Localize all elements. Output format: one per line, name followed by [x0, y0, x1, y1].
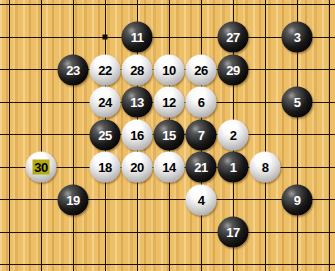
- board-cell[interactable]: [0, 216, 25, 249]
- board-cell[interactable]: [0, 248, 25, 271]
- board-cell[interactable]: [281, 0, 313, 21]
- black-stone: 7: [186, 119, 217, 150]
- board-cell[interactable]: [249, 118, 281, 151]
- board-cell[interactable]: [25, 53, 57, 86]
- board-cell[interactable]: [281, 118, 313, 151]
- black-stone: 5: [282, 87, 313, 118]
- white-stone: 6: [186, 87, 217, 118]
- board-cell[interactable]: [313, 248, 335, 271]
- white-stone: 24: [90, 87, 121, 118]
- board-cell[interactable]: 23: [57, 53, 89, 86]
- board-cell[interactable]: 10: [153, 53, 185, 86]
- stone-number-label: 11: [131, 31, 144, 44]
- stone-number-label: 23: [66, 63, 79, 76]
- board-cell[interactable]: [153, 248, 185, 271]
- white-stone: 26: [186, 54, 217, 85]
- stone-number-label: 15: [162, 128, 175, 141]
- hoshi-star-point-icon: [103, 35, 108, 40]
- black-stone: 11: [122, 22, 153, 53]
- stone-number-label: 17: [226, 226, 239, 239]
- stone-number-label: 12: [162, 96, 175, 109]
- board-cell[interactable]: [89, 21, 121, 54]
- board-cell[interactable]: [57, 216, 89, 249]
- board-cell[interactable]: [153, 216, 185, 249]
- board-cell[interactable]: [121, 248, 153, 271]
- board-cell[interactable]: [121, 0, 153, 21]
- board-cell[interactable]: [185, 21, 217, 54]
- white-stone: 2: [218, 119, 249, 150]
- stone-number-label: 9: [294, 193, 301, 206]
- board-cell[interactable]: 26: [185, 53, 217, 86]
- board-cell[interactable]: [153, 183, 185, 216]
- board-cell[interactable]: 21: [185, 151, 217, 184]
- white-stone: 16: [122, 119, 153, 150]
- board-cell[interactable]: [313, 151, 335, 184]
- board-cell[interactable]: 18: [89, 151, 121, 184]
- board-cell[interactable]: 7: [185, 118, 217, 151]
- board-cell[interactable]: 28: [121, 53, 153, 86]
- board-cell[interactable]: [281, 216, 313, 249]
- board-cell[interactable]: [0, 151, 25, 184]
- stone-number-label: 8: [262, 161, 269, 174]
- black-stone: 29: [218, 54, 249, 85]
- board-cell[interactable]: [217, 248, 249, 271]
- board-cell[interactable]: [185, 248, 217, 271]
- board-cell[interactable]: 4: [185, 183, 217, 216]
- board-cell[interactable]: [313, 86, 335, 119]
- board-cell[interactable]: [0, 53, 25, 86]
- black-stone: 27: [218, 22, 249, 53]
- board-cell[interactable]: [0, 183, 25, 216]
- board-cell[interactable]: [249, 86, 281, 119]
- white-stone: 14: [154, 152, 185, 183]
- white-stone: 8: [250, 152, 281, 183]
- stone-number-label: 20: [130, 161, 143, 174]
- board-cell[interactable]: [249, 0, 281, 21]
- stone-number-label: 10: [162, 63, 175, 76]
- stone-number-label: 3: [294, 31, 301, 44]
- board-cell[interactable]: 20: [121, 151, 153, 184]
- board-cell[interactable]: [281, 248, 313, 271]
- board-cell[interactable]: [57, 248, 89, 271]
- board-cell[interactable]: [0, 118, 25, 151]
- board-cell[interactable]: [57, 151, 89, 184]
- board-cell[interactable]: [313, 183, 335, 216]
- white-stone: 4: [186, 184, 217, 215]
- stone-number-label: 25: [98, 128, 111, 141]
- board-cell[interactable]: [57, 0, 89, 21]
- stone-number-label: 19: [66, 193, 79, 206]
- board-cell[interactable]: 3: [281, 21, 313, 54]
- board-cell[interactable]: 1: [217, 151, 249, 184]
- board-cell[interactable]: 16: [121, 118, 153, 151]
- board-cell[interactable]: [25, 183, 57, 216]
- board-cell[interactable]: 12: [153, 86, 185, 119]
- black-stone: 9: [282, 184, 313, 215]
- white-stone: 20: [122, 152, 153, 183]
- black-stone: 25: [90, 119, 121, 150]
- board-cell[interactable]: [153, 0, 185, 21]
- board-cell[interactable]: 6: [185, 86, 217, 119]
- go-board: 1127323222810262924131265251615723018201…: [0, 0, 335, 271]
- board-cell[interactable]: [249, 183, 281, 216]
- board-cell[interactable]: [89, 216, 121, 249]
- board-cell[interactable]: [25, 0, 57, 21]
- board-cell[interactable]: 14: [153, 151, 185, 184]
- stone-number-label: 21: [194, 161, 207, 174]
- board-grid: 1127323222810262924131265251615723018201…: [0, 0, 335, 271]
- board-cell[interactable]: [89, 0, 121, 21]
- stone-number-label: 26: [194, 63, 207, 76]
- board-cell[interactable]: [89, 248, 121, 271]
- board-cell[interactable]: 22: [89, 53, 121, 86]
- board-cell[interactable]: 27: [217, 21, 249, 54]
- board-cell[interactable]: [249, 21, 281, 54]
- board-cell[interactable]: 29: [217, 53, 249, 86]
- board-cell[interactable]: [25, 118, 57, 151]
- white-stone: 12: [154, 87, 185, 118]
- board-cell[interactable]: [313, 0, 335, 21]
- board-cell[interactable]: [25, 86, 57, 119]
- board-cell[interactable]: [313, 21, 335, 54]
- stone-number-label: 28: [130, 63, 143, 76]
- board-cell[interactable]: [0, 21, 25, 54]
- board-cell[interactable]: [57, 86, 89, 119]
- board-cell[interactable]: [185, 216, 217, 249]
- stone-number-label: 4: [198, 193, 205, 206]
- black-stone: 3: [282, 22, 313, 53]
- board-cell[interactable]: 19: [57, 183, 89, 216]
- white-stone: 22: [90, 54, 121, 85]
- board-cell[interactable]: [249, 53, 281, 86]
- black-stone: 17: [218, 217, 249, 248]
- white-stone: 18: [90, 152, 121, 183]
- black-stone: 23: [58, 54, 89, 85]
- board-cell[interactable]: [121, 183, 153, 216]
- board-cell[interactable]: 9: [281, 183, 313, 216]
- board-cell[interactable]: [25, 248, 57, 271]
- board-cell[interactable]: [25, 216, 57, 249]
- board-cell[interactable]: 11: [121, 21, 153, 54]
- stone-number-label: 6: [198, 96, 205, 109]
- board-cell[interactable]: [217, 183, 249, 216]
- board-cell[interactable]: [0, 86, 25, 119]
- board-cell[interactable]: 15: [153, 118, 185, 151]
- board-cell[interactable]: [281, 53, 313, 86]
- last-move-number-label: 30: [32, 160, 49, 175]
- board-cell[interactable]: 8: [249, 151, 281, 184]
- stone-number-label: 7: [198, 128, 205, 141]
- stone-number-label: 22: [98, 63, 111, 76]
- board-cell[interactable]: 24: [89, 86, 121, 119]
- black-stone: 21: [186, 152, 217, 183]
- board-cell[interactable]: [57, 21, 89, 54]
- board-cell[interactable]: [217, 0, 249, 21]
- white-stone: 28: [122, 54, 153, 85]
- stone-number-label: 1: [230, 161, 237, 174]
- stone-number-label: 5: [294, 96, 301, 109]
- board-cell[interactable]: 30: [25, 151, 57, 184]
- stone-number-label: 14: [162, 161, 175, 174]
- board-cell[interactable]: [121, 216, 153, 249]
- white-stone: 10: [154, 54, 185, 85]
- board-cell[interactable]: [57, 118, 89, 151]
- stone-number-label: 24: [98, 96, 111, 109]
- stone-number-label: 29: [226, 63, 239, 76]
- white-stone: 30: [26, 152, 57, 183]
- board-cell[interactable]: [313, 216, 335, 249]
- black-stone: 15: [154, 119, 185, 150]
- board-cell[interactable]: [185, 0, 217, 21]
- board-cell[interactable]: [89, 183, 121, 216]
- black-stone: 1: [218, 152, 249, 183]
- stone-number-label: 13: [130, 96, 143, 109]
- board-cell[interactable]: [0, 0, 25, 21]
- stone-number-label: 27: [226, 31, 239, 44]
- stone-number-label: 2: [230, 128, 237, 141]
- board-cell[interactable]: [249, 216, 281, 249]
- board-cell[interactable]: [25, 21, 57, 54]
- board-cell[interactable]: 25: [89, 118, 121, 151]
- board-cell[interactable]: [153, 21, 185, 54]
- stone-number-label: 16: [130, 128, 143, 141]
- board-cell[interactable]: [313, 118, 335, 151]
- board-cell[interactable]: [281, 151, 313, 184]
- board-cell[interactable]: 13: [121, 86, 153, 119]
- board-cell[interactable]: [249, 248, 281, 271]
- board-cell[interactable]: 5: [281, 86, 313, 119]
- board-cell[interactable]: [313, 53, 335, 86]
- board-cell[interactable]: 2: [217, 118, 249, 151]
- stone-number-label: 18: [98, 161, 111, 174]
- board-cell[interactable]: [217, 86, 249, 119]
- board-cell[interactable]: 17: [217, 216, 249, 249]
- black-stone: 19: [58, 184, 89, 215]
- black-stone: 13: [122, 87, 153, 118]
